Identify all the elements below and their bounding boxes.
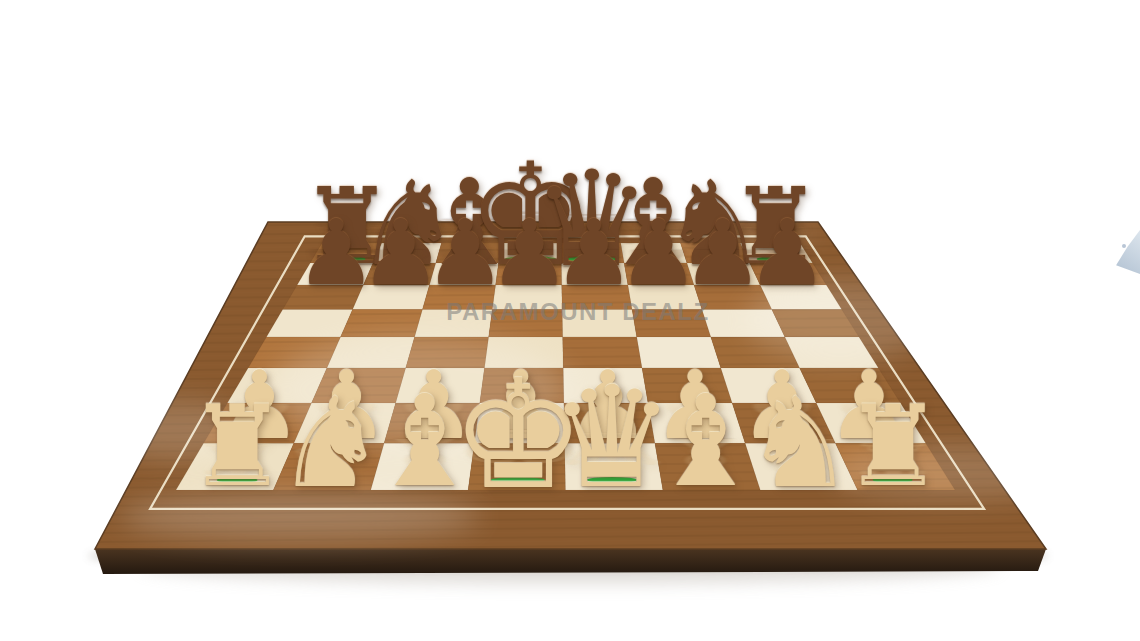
white-knight-icon: ♞ bbox=[744, 381, 855, 505]
product-photo: PARAMOUNT DEALZ ♜♜♞♞♝♝♚♚♛♛♝♝♞♞♜♜♟♟♟♟♟♟♟♟… bbox=[0, 0, 1140, 641]
white-rook-h1: ♜♜ bbox=[843, 390, 943, 502]
white-rook-icon: ♜ bbox=[843, 390, 943, 502]
white-knight-g1: ♞♞ bbox=[744, 381, 855, 505]
white-rook-icon: ♜ bbox=[187, 390, 287, 502]
black-pawn-h7: ♟♟ bbox=[746, 208, 827, 298]
black-pawn-icon: ♟ bbox=[746, 208, 827, 298]
white-rook-a1: ♜♜ bbox=[187, 390, 287, 502]
pieces-layer: ♜♜♞♞♝♝♚♚♛♛♝♝♞♞♜♜♟♟♟♟♟♟♟♟♟♟♟♟♟♟♟♟♟♟♟♟♟♟♟♟… bbox=[0, 0, 1140, 641]
